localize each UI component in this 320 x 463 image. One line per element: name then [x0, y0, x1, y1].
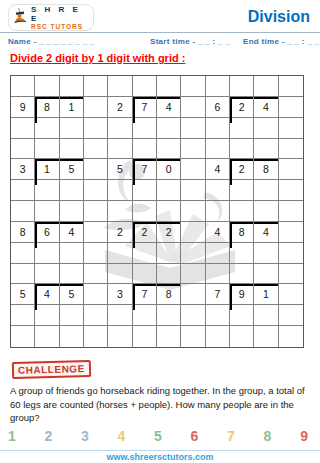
decorative-number: 8 [264, 428, 272, 444]
grid-cell [254, 180, 278, 201]
grid-cell [157, 326, 181, 347]
grid-cell [108, 139, 132, 160]
grid-cell [84, 222, 108, 243]
grid-cell [206, 264, 230, 285]
grid-cell [181, 305, 205, 326]
grid-cell: 7 [133, 97, 157, 118]
grid-cell: 7 [133, 284, 157, 305]
grid-cell: 6 [35, 222, 59, 243]
grid-cell: 7 [133, 159, 157, 180]
grid-cell [60, 139, 84, 160]
grid-cell [11, 76, 35, 97]
grid-cell [157, 180, 181, 201]
decorative-number: 6 [191, 428, 199, 444]
grid-cell [35, 139, 59, 160]
grid-cell: 4 [35, 284, 59, 305]
grid-cell [35, 118, 59, 139]
grid-cell [254, 264, 278, 285]
grid-cell [84, 201, 108, 222]
grid-cell: 4 [206, 222, 230, 243]
grid-cell [84, 97, 108, 118]
grid-cell [157, 305, 181, 326]
grid-cell [108, 326, 132, 347]
grid-cell: 5 [60, 159, 84, 180]
grid-cell [181, 284, 205, 305]
grid-cell [181, 76, 205, 97]
grid-cell: 5 [108, 159, 132, 180]
website-url: www.shreersctutors.com [0, 452, 320, 462]
grid-cell [181, 118, 205, 139]
grid-cell: 4 [254, 97, 278, 118]
grid-cell [11, 118, 35, 139]
grid-cell [279, 201, 303, 222]
decorative-number: 5 [154, 428, 162, 444]
grid-cell [35, 201, 59, 222]
grid-cell: 8 [35, 97, 59, 118]
grid-cell [84, 243, 108, 264]
grid-cell: 8 [254, 159, 278, 180]
worksheet-heading: Divide 2 digit by 1 digit with grid : [10, 52, 185, 64]
grid-cell: 2 [157, 222, 181, 243]
grid-cell [11, 264, 35, 285]
grid-cell [108, 305, 132, 326]
grid-cell: 2 [108, 97, 132, 118]
grid-cell: 5 [60, 284, 84, 305]
grid-cell [133, 201, 157, 222]
challenge-stamp: CHALLENGE [12, 360, 91, 379]
grid-cell: 3 [11, 159, 35, 180]
grid-cell [11, 326, 35, 347]
grid-cell [11, 201, 35, 222]
grid-cell: 1 [254, 284, 278, 305]
grid-cell [230, 118, 254, 139]
header-divider [0, 32, 320, 33]
grid-cell [206, 118, 230, 139]
grid-cell [254, 243, 278, 264]
decorative-number: 9 [300, 428, 308, 444]
grid-cell [181, 139, 205, 160]
grid-cell [84, 264, 108, 285]
grid-cell [206, 180, 230, 201]
grid-cell [35, 326, 59, 347]
grid-cell: 7 [206, 284, 230, 305]
grid-cell [254, 305, 278, 326]
grid-cell [157, 76, 181, 97]
grid-cell: 9 [11, 97, 35, 118]
grid-cell [254, 326, 278, 347]
grid-cell [279, 264, 303, 285]
grid-cell [133, 139, 157, 160]
grid-cell [108, 243, 132, 264]
grid-cell [181, 97, 205, 118]
grid-cell [181, 201, 205, 222]
grid-cell [60, 201, 84, 222]
grid-cell: 2 [108, 222, 132, 243]
grid-cell [60, 180, 84, 201]
start-time-label: Start time - _ _ : _ _ [150, 37, 230, 46]
grid-cell [133, 118, 157, 139]
grid-cell [108, 76, 132, 97]
grid-cell [35, 243, 59, 264]
decorative-number: 4 [118, 428, 126, 444]
grid-cell [181, 159, 205, 180]
grid-cell: 4 [60, 222, 84, 243]
logo-subtitle: RSC TUTORS [31, 23, 89, 30]
grid-cell [206, 305, 230, 326]
grid-cell: 1 [60, 97, 84, 118]
grid-cell [84, 326, 108, 347]
graduate-icon [13, 7, 28, 28]
grid-cell [108, 180, 132, 201]
grid-cell [206, 243, 230, 264]
division-grid: 981274624315570428864222484545378791 [10, 75, 304, 348]
grid-cell [181, 180, 205, 201]
grid-cell [279, 97, 303, 118]
meta-row: Name - _ _ _ _ _ _ _ _ Start time - _ _ … [0, 37, 320, 49]
grid-cell: 9 [230, 284, 254, 305]
grid-cell [11, 243, 35, 264]
grid-cell [84, 180, 108, 201]
grid-cell [35, 305, 59, 326]
page-title: Division [248, 8, 310, 26]
grid-cell [279, 159, 303, 180]
grid-cell [35, 180, 59, 201]
grid-cell [133, 243, 157, 264]
grid-cell [60, 76, 84, 97]
decorative-number: 1 [8, 428, 16, 444]
decorative-number: 7 [227, 428, 235, 444]
grid-cell [181, 243, 205, 264]
grid-cell [60, 326, 84, 347]
name-field-label: Name - _ _ _ _ _ _ _ _ [8, 37, 95, 46]
grid-cell [230, 305, 254, 326]
grid-cell: 4 [157, 97, 181, 118]
grid-cell [84, 159, 108, 180]
grid-cell [206, 201, 230, 222]
grid-cell: 8 [11, 222, 35, 243]
grid-cell [35, 76, 59, 97]
grid-cell [84, 118, 108, 139]
end-time-label: End time - _ _ : _ _ [243, 37, 319, 46]
grid-cell [230, 201, 254, 222]
grid-cell [157, 243, 181, 264]
grid-cell [60, 264, 84, 285]
grid-cell [230, 76, 254, 97]
grid-cell [230, 264, 254, 285]
grid-cell [254, 76, 278, 97]
grid-cell [254, 139, 278, 160]
grid-cell [108, 118, 132, 139]
challenge-question: A group of friends go horseback riding t… [10, 384, 312, 425]
grid-cell [254, 201, 278, 222]
grid-cell [181, 264, 205, 285]
grid-cell: 1 [35, 159, 59, 180]
grid-cell [84, 284, 108, 305]
grid-cell: 8 [230, 222, 254, 243]
grid-cell [279, 305, 303, 326]
grid-cell [84, 76, 108, 97]
grid-cell [157, 264, 181, 285]
grid-cell: 4 [254, 222, 278, 243]
grid-cell [230, 139, 254, 160]
grid-cell [279, 326, 303, 347]
grid-cell [279, 139, 303, 160]
grid-cell [157, 139, 181, 160]
grid-cell [230, 243, 254, 264]
grid-cell [181, 222, 205, 243]
grid-cell [35, 264, 59, 285]
grid-cell [133, 264, 157, 285]
grid-cell [108, 201, 132, 222]
grid-cell: 3 [108, 284, 132, 305]
decorative-number: 2 [45, 428, 53, 444]
grid-cell [230, 180, 254, 201]
footer-divider [0, 450, 320, 451]
grid-cell [133, 76, 157, 97]
grid-cell: 5 [11, 284, 35, 305]
grid-cell: 0 [157, 159, 181, 180]
logo: S H R E E RSC TUTORS [8, 4, 94, 31]
grid-cell [279, 222, 303, 243]
grid-cell [279, 243, 303, 264]
grid-cell: 2 [230, 97, 254, 118]
grid-cell [230, 326, 254, 347]
grid-cell [279, 118, 303, 139]
grid-cell [60, 118, 84, 139]
grid-cell: 8 [157, 284, 181, 305]
grid-cell: 2 [133, 222, 157, 243]
grid-cell [11, 305, 35, 326]
grid-cell [108, 264, 132, 285]
grid-cell [60, 305, 84, 326]
grid-cell [279, 76, 303, 97]
grid-cell: 4 [206, 159, 230, 180]
grid-cell [84, 139, 108, 160]
grid-cell [181, 326, 205, 347]
grid-cell [133, 305, 157, 326]
grid-cell [157, 118, 181, 139]
grid-cell [279, 284, 303, 305]
grid-cell [11, 180, 35, 201]
grid-cell [133, 180, 157, 201]
grid-cell [206, 326, 230, 347]
grid-cell [11, 139, 35, 160]
grid-cell [60, 243, 84, 264]
grid-cell [157, 201, 181, 222]
grid-cell [279, 180, 303, 201]
grid-cell: 6 [206, 97, 230, 118]
grid-cell [254, 118, 278, 139]
grid-cell [84, 305, 108, 326]
grid-cell: 2 [230, 159, 254, 180]
grid-cell [133, 326, 157, 347]
grid-cell [206, 76, 230, 97]
decorative-number: 3 [81, 428, 89, 444]
logo-name: S H R E E [31, 5, 89, 23]
decorative-number-strip: 123456789 [8, 428, 308, 444]
grid-cell [206, 139, 230, 160]
